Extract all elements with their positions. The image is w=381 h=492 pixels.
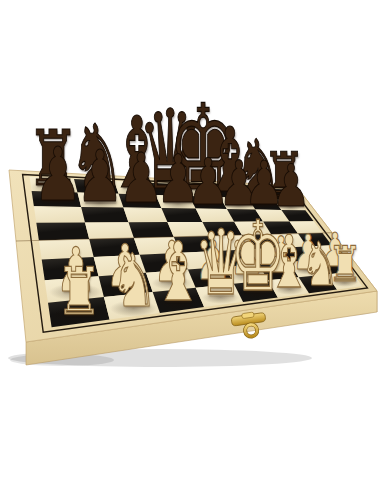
square-a5 [36, 223, 89, 241]
square-b8 [74, 179, 119, 194]
square-b7 [78, 193, 124, 208]
square-a8 [30, 177, 78, 193]
square-d5 [167, 222, 209, 237]
square-d4 [174, 236, 217, 253]
square-d7 [156, 195, 196, 209]
square-a3 [42, 257, 99, 280]
square-b5 [85, 222, 134, 239]
square-c6 [123, 208, 167, 223]
square-c7 [119, 194, 162, 208]
square-d8 [150, 183, 189, 196]
square-c3 [140, 253, 188, 273]
square-b4 [89, 238, 140, 257]
square-c5 [129, 222, 174, 238]
square-c4 [134, 237, 181, 255]
square-a6 [34, 206, 85, 223]
chess-board [0, 0, 381, 492]
square-b3 [94, 255, 146, 277]
square-d6 [161, 208, 202, 222]
square-a7 [32, 191, 82, 207]
square-c8 [114, 181, 156, 195]
square-d3 [181, 251, 226, 270]
square-b6 [81, 207, 128, 223]
product-photo: Wooden folding chess set, starting posit… [0, 0, 381, 492]
square-a4 [39, 239, 94, 259]
